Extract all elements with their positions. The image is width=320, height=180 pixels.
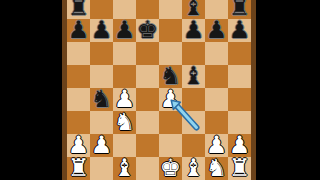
square-c1[interactable]: ♝	[113, 157, 136, 180]
square-d2[interactable]	[136, 134, 159, 157]
chess-app-screenshot: ♜♝♜♟♟♟♚♟♟♟♞♝♞♟♟♞♟♟♟♟♜♝♚♝♞♜	[0, 0, 320, 180]
square-f1[interactable]: ♝	[182, 157, 205, 180]
square-d4[interactable]	[136, 88, 159, 111]
square-b1[interactable]	[90, 157, 113, 180]
square-a5[interactable]	[67, 65, 90, 88]
square-d7[interactable]: ♚	[136, 19, 159, 42]
square-h1[interactable]: ♜	[228, 157, 251, 180]
black-king-d7[interactable]: ♚	[136, 18, 159, 43]
square-f3[interactable]	[182, 111, 205, 134]
square-g5[interactable]	[205, 65, 228, 88]
black-knight-b4[interactable]: ♞	[90, 87, 113, 112]
square-d6[interactable]	[136, 42, 159, 65]
square-e7[interactable]	[159, 19, 182, 42]
black-pawn-a7[interactable]: ♟	[67, 18, 90, 43]
square-a1[interactable]: ♜	[67, 157, 90, 180]
black-pawn-b7[interactable]: ♟	[90, 18, 113, 43]
square-d1[interactable]	[136, 157, 159, 180]
white-rook-h1[interactable]: ♜	[228, 156, 251, 180]
square-g4[interactable]	[205, 88, 228, 111]
black-pawn-g7[interactable]: ♟	[205, 18, 228, 43]
black-pawn-c7[interactable]: ♟	[113, 18, 136, 43]
square-c6[interactable]	[113, 42, 136, 65]
square-c3[interactable]: ♞	[113, 111, 136, 134]
square-g7[interactable]: ♟	[205, 19, 228, 42]
square-b2[interactable]: ♟	[90, 134, 113, 157]
square-e8[interactable]	[159, 0, 182, 19]
white-knight-g1[interactable]: ♞	[205, 156, 228, 180]
square-h4[interactable]	[228, 88, 251, 111]
white-pawn-e4[interactable]: ♟	[159, 87, 182, 112]
square-h7[interactable]: ♟	[228, 19, 251, 42]
square-b7[interactable]: ♟	[90, 19, 113, 42]
square-e4[interactable]: ♟	[159, 88, 182, 111]
square-a4[interactable]	[67, 88, 90, 111]
square-e3[interactable]	[159, 111, 182, 134]
square-d3[interactable]	[136, 111, 159, 134]
square-f7[interactable]: ♟	[182, 19, 205, 42]
square-a7[interactable]: ♟	[67, 19, 90, 42]
square-b4[interactable]: ♞	[90, 88, 113, 111]
square-g1[interactable]: ♞	[205, 157, 228, 180]
square-c7[interactable]: ♟	[113, 19, 136, 42]
white-bishop-c1[interactable]: ♝	[113, 156, 136, 180]
square-h6[interactable]	[228, 42, 251, 65]
white-bishop-f1[interactable]: ♝	[182, 156, 205, 180]
white-knight-c3[interactable]: ♞	[113, 110, 136, 135]
square-f4[interactable]	[182, 88, 205, 111]
black-pawn-h7[interactable]: ♟	[228, 18, 251, 43]
square-f5[interactable]: ♝	[182, 65, 205, 88]
chess-board: ♜♝♜♟♟♟♚♟♟♟♞♝♞♟♟♞♟♟♟♟♜♝♚♝♞♜	[67, 0, 251, 180]
square-d5[interactable]	[136, 65, 159, 88]
white-pawn-b2[interactable]: ♟	[90, 133, 113, 158]
black-bishop-f5[interactable]: ♝	[182, 64, 205, 89]
square-h5[interactable]	[228, 65, 251, 88]
square-b6[interactable]	[90, 42, 113, 65]
board-border-right	[251, 0, 256, 180]
white-rook-a1[interactable]: ♜	[67, 156, 90, 180]
black-pawn-f7[interactable]: ♟	[182, 18, 205, 43]
white-king-e1[interactable]: ♚	[159, 156, 182, 180]
square-g6[interactable]	[205, 42, 228, 65]
square-a6[interactable]	[67, 42, 90, 65]
square-e1[interactable]: ♚	[159, 157, 182, 180]
